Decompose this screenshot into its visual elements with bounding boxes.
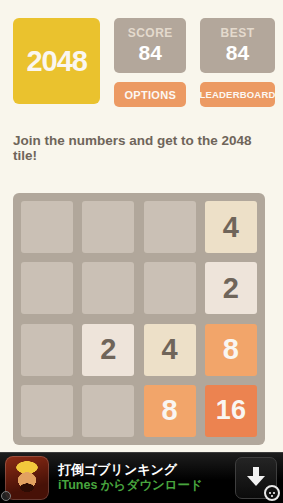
options-button[interactable]: OPTIONS (114, 82, 186, 107)
best-box: BEST 84 (200, 18, 275, 73)
tagline: Join the numbers and get to the 2048 til… (13, 133, 270, 163)
ad-banner[interactable]: 打倒ゴブリンキング iTunes からダウンロード (0, 452, 283, 503)
empty-cell (82, 201, 134, 253)
best-label: BEST (220, 26, 254, 40)
empty-cell (21, 201, 73, 253)
clash-of-clans-app-icon[interactable] (5, 456, 49, 500)
tile-2: 2 (205, 262, 257, 314)
download-arrow-icon (247, 467, 265, 486)
tile-4: 4 (144, 324, 196, 376)
empty-cell (144, 201, 196, 253)
ad-title: 打倒ゴブリンキング (58, 462, 203, 478)
score-value: 84 (139, 41, 162, 65)
ad-info-icon[interactable] (1, 491, 11, 501)
board-grid: 42248816 (21, 201, 257, 437)
download-button[interactable] (235, 457, 277, 499)
tile-8: 8 (205, 324, 257, 376)
leaderboard-button[interactable]: LEADERBOARD (200, 82, 275, 107)
tile-8: 8 (144, 385, 196, 437)
ad-subtitle: iTunes からダウンロード (58, 478, 203, 494)
empty-cell (21, 262, 73, 314)
tile-16: 16 (205, 385, 257, 437)
empty-cell (21, 385, 73, 437)
empty-cell (82, 385, 134, 437)
tile-2: 2 (82, 324, 134, 376)
logo-tile: 2048 (13, 18, 100, 104)
tile-4: 4 (205, 201, 257, 253)
score-box: SCORE 84 (114, 18, 186, 73)
header: 2048 SCORE 84 OPTIONS BEST 84 LEADERBOAR… (13, 18, 275, 107)
ad-text: 打倒ゴブリンキング iTunes からダウンロード (58, 462, 203, 494)
empty-cell (144, 262, 196, 314)
best-column: BEST 84 LEADERBOARD (200, 18, 275, 107)
app-store-badge-icon (264, 485, 280, 501)
best-value: 84 (226, 41, 249, 65)
empty-cell (21, 324, 73, 376)
2048-app: 2048 SCORE 84 OPTIONS BEST 84 LEADERBOAR… (0, 0, 283, 503)
game-board[interactable]: 42248816 (13, 193, 265, 445)
score-label: SCORE (128, 26, 173, 40)
empty-cell (82, 262, 134, 314)
score-column: SCORE 84 OPTIONS (114, 18, 186, 107)
